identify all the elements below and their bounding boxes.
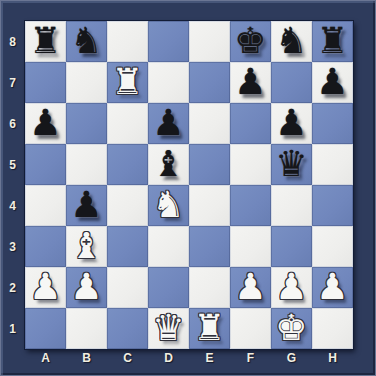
square-h8[interactable]: ♜ xyxy=(312,21,353,62)
white-rook[interactable]: ♜ xyxy=(193,310,225,346)
square-h5[interactable] xyxy=(312,144,353,185)
rank-label-7: 7 xyxy=(0,62,25,103)
square-e3[interactable] xyxy=(189,226,230,267)
black-king[interactable]: ♚ xyxy=(234,23,266,59)
square-f2[interactable]: ♟ xyxy=(230,267,271,308)
square-c5[interactable] xyxy=(107,144,148,185)
black-rook[interactable]: ♜ xyxy=(316,23,348,59)
square-c3[interactable] xyxy=(107,226,148,267)
square-f6[interactable] xyxy=(230,103,271,144)
white-pawn[interactable]: ♟ xyxy=(275,269,307,305)
square-a7[interactable] xyxy=(25,62,66,103)
square-g8[interactable]: ♞ xyxy=(271,21,312,62)
square-a3[interactable] xyxy=(25,226,66,267)
square-a8[interactable]: ♜ xyxy=(25,21,66,62)
square-h4[interactable] xyxy=(312,185,353,226)
square-h2[interactable]: ♟ xyxy=(312,267,353,308)
file-label-h: H xyxy=(312,350,353,368)
square-a5[interactable] xyxy=(25,144,66,185)
rank-labels: 87654321 xyxy=(0,21,25,349)
square-f4[interactable] xyxy=(230,185,271,226)
square-e7[interactable] xyxy=(189,62,230,103)
square-f1[interactable] xyxy=(230,308,271,349)
square-e2[interactable] xyxy=(189,267,230,308)
square-e6[interactable] xyxy=(189,103,230,144)
square-f5[interactable] xyxy=(230,144,271,185)
square-a2[interactable]: ♟ xyxy=(25,267,66,308)
black-pawn[interactable]: ♟ xyxy=(234,64,266,100)
rank-label-2: 2 xyxy=(0,267,25,308)
square-h6[interactable] xyxy=(312,103,353,144)
file-label-d: D xyxy=(148,350,189,368)
square-h7[interactable]: ♟ xyxy=(312,62,353,103)
square-d1[interactable]: ♛ xyxy=(148,308,189,349)
file-label-e: E xyxy=(189,350,230,368)
square-b7[interactable] xyxy=(66,62,107,103)
square-d3[interactable] xyxy=(148,226,189,267)
square-b2[interactable]: ♟ xyxy=(66,267,107,308)
black-pawn[interactable]: ♟ xyxy=(29,105,61,141)
rank-label-4: 4 xyxy=(0,185,25,226)
square-b5[interactable] xyxy=(66,144,107,185)
black-knight[interactable]: ♞ xyxy=(275,23,307,59)
file-label-g: G xyxy=(271,350,312,368)
square-e8[interactable] xyxy=(189,21,230,62)
square-b6[interactable] xyxy=(66,103,107,144)
square-b1[interactable] xyxy=(66,308,107,349)
square-d5[interactable]: ♝ xyxy=(148,144,189,185)
square-a4[interactable] xyxy=(25,185,66,226)
board: ♜♞♚♞♜♜♟♟♟♟♟♝♛♟♞♝♟♟♟♟♟♛♜♚ xyxy=(25,21,353,349)
square-c2[interactable] xyxy=(107,267,148,308)
square-g3[interactable] xyxy=(271,226,312,267)
file-label-f: F xyxy=(230,350,271,368)
white-queen[interactable]: ♛ xyxy=(152,310,184,346)
square-d8[interactable] xyxy=(148,21,189,62)
black-pawn[interactable]: ♟ xyxy=(70,187,102,223)
square-c4[interactable] xyxy=(107,185,148,226)
black-queen[interactable]: ♛ xyxy=(275,146,307,182)
white-rook[interactable]: ♜ xyxy=(111,64,143,100)
square-a6[interactable]: ♟ xyxy=(25,103,66,144)
square-g4[interactable] xyxy=(271,185,312,226)
square-c6[interactable] xyxy=(107,103,148,144)
square-g7[interactable] xyxy=(271,62,312,103)
black-pawn[interactable]: ♟ xyxy=(152,105,184,141)
square-a1[interactable] xyxy=(25,308,66,349)
rank-label-3: 3 xyxy=(0,226,25,267)
square-e4[interactable] xyxy=(189,185,230,226)
rank-label-8: 8 xyxy=(0,21,25,62)
square-d7[interactable] xyxy=(148,62,189,103)
square-g1[interactable]: ♚ xyxy=(271,308,312,349)
square-c7[interactable]: ♜ xyxy=(107,62,148,103)
white-pawn[interactable]: ♟ xyxy=(70,269,102,305)
rank-label-1: 1 xyxy=(0,308,25,349)
square-d2[interactable] xyxy=(148,267,189,308)
file-label-a: A xyxy=(25,350,66,368)
chess-board-frame: 87654321 ♜♞♚♞♜♜♟♟♟♟♟♝♛♟♞♝♟♟♟♟♟♛♜♚ ABCDEF… xyxy=(0,0,376,376)
white-knight[interactable]: ♞ xyxy=(152,187,184,223)
square-d4[interactable]: ♞ xyxy=(148,185,189,226)
rank-label-5: 5 xyxy=(0,144,25,185)
file-labels: ABCDEFGH xyxy=(25,350,353,368)
black-knight[interactable]: ♞ xyxy=(70,23,102,59)
square-e1[interactable]: ♜ xyxy=(189,308,230,349)
square-g6[interactable]: ♟ xyxy=(271,103,312,144)
rank-label-6: 6 xyxy=(0,103,25,144)
square-h1[interactable] xyxy=(312,308,353,349)
black-rook[interactable]: ♜ xyxy=(29,23,61,59)
white-pawn[interactable]: ♟ xyxy=(234,269,266,305)
white-pawn[interactable]: ♟ xyxy=(29,269,61,305)
square-h3[interactable] xyxy=(312,226,353,267)
square-c8[interactable] xyxy=(107,21,148,62)
white-pawn[interactable]: ♟ xyxy=(316,269,348,305)
square-b4[interactable]: ♟ xyxy=(66,185,107,226)
black-pawn[interactable]: ♟ xyxy=(275,105,307,141)
square-d6[interactable]: ♟ xyxy=(148,103,189,144)
white-king[interactable]: ♚ xyxy=(275,310,307,346)
square-g2[interactable]: ♟ xyxy=(271,267,312,308)
square-f3[interactable] xyxy=(230,226,271,267)
square-b3[interactable]: ♝ xyxy=(66,226,107,267)
file-label-b: B xyxy=(66,350,107,368)
black-pawn[interactable]: ♟ xyxy=(316,64,348,100)
square-b8[interactable]: ♞ xyxy=(66,21,107,62)
square-g5[interactable]: ♛ xyxy=(271,144,312,185)
black-bishop[interactable]: ♝ xyxy=(152,146,184,182)
white-bishop[interactable]: ♝ xyxy=(70,228,102,264)
square-f8[interactable]: ♚ xyxy=(230,21,271,62)
file-label-c: C xyxy=(107,350,148,368)
square-c1[interactable] xyxy=(107,308,148,349)
square-e5[interactable] xyxy=(189,144,230,185)
square-f7[interactable]: ♟ xyxy=(230,62,271,103)
